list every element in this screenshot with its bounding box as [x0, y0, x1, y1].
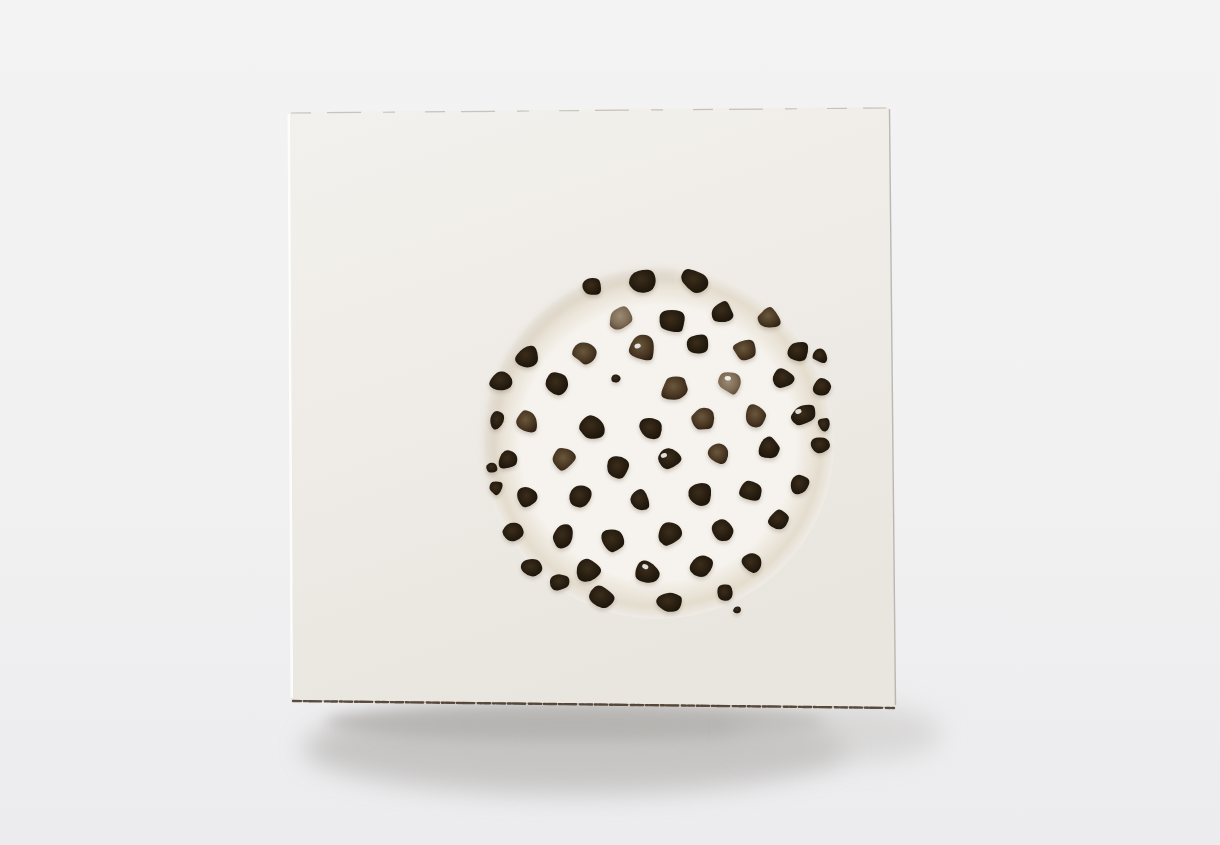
hole-blob: [717, 584, 732, 600]
photo-scene: [0, 0, 1220, 845]
hole-blob: [659, 310, 684, 332]
hole-blob: [582, 278, 601, 295]
hole-blob: [687, 334, 708, 353]
cube-drop-shadow-right: [733, 703, 943, 763]
cube-photo-svg: [0, 0, 1220, 845]
